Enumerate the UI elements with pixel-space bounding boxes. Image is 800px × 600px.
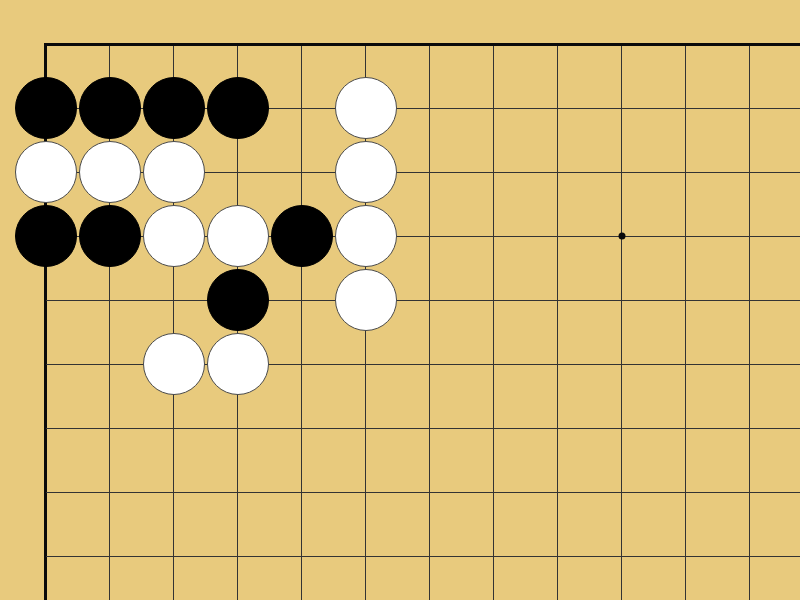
black-stone bbox=[207, 77, 269, 139]
star-point-hoshi bbox=[618, 233, 625, 240]
grid-line-vertical bbox=[429, 44, 430, 600]
black-stone bbox=[271, 205, 333, 267]
white-stone bbox=[335, 141, 397, 203]
grid-line-vertical bbox=[301, 44, 302, 600]
white-stone bbox=[15, 141, 77, 203]
black-stone bbox=[15, 205, 77, 267]
white-stone bbox=[143, 141, 205, 203]
white-stone bbox=[207, 205, 269, 267]
grid-line-vertical bbox=[621, 44, 622, 600]
black-stone bbox=[207, 269, 269, 331]
white-stone bbox=[335, 269, 397, 331]
go-board[interactable] bbox=[0, 0, 800, 600]
white-stone bbox=[335, 77, 397, 139]
white-stone bbox=[79, 141, 141, 203]
black-stone bbox=[143, 77, 205, 139]
black-stone bbox=[79, 205, 141, 267]
black-stone bbox=[79, 77, 141, 139]
grid-line-vertical bbox=[749, 44, 750, 600]
grid-line-horizontal bbox=[46, 492, 800, 493]
white-stone bbox=[207, 333, 269, 395]
grid-line-vertical bbox=[557, 44, 558, 600]
grid-line-vertical bbox=[493, 44, 494, 600]
grid-line-horizontal bbox=[46, 300, 800, 301]
white-stone bbox=[143, 205, 205, 267]
board-edge-line-top bbox=[44, 43, 800, 46]
grid-line-vertical bbox=[685, 44, 686, 600]
white-stone bbox=[335, 205, 397, 267]
grid-line-horizontal bbox=[46, 428, 800, 429]
grid-line-horizontal bbox=[46, 556, 800, 557]
black-stone bbox=[15, 77, 77, 139]
white-stone bbox=[143, 333, 205, 395]
